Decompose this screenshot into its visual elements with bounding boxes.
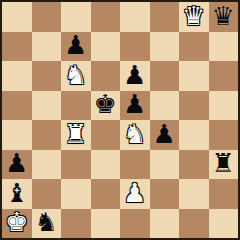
square-c1[interactable] — [61, 209, 91, 239]
square-f7[interactable] — [150, 32, 180, 62]
square-a5[interactable] — [2, 91, 32, 121]
square-e6[interactable]: ♟ — [120, 61, 150, 91]
square-g8[interactable]: ♛ — [179, 2, 209, 32]
square-f6[interactable] — [150, 61, 180, 91]
square-h4[interactable] — [209, 120, 239, 150]
square-b5[interactable] — [32, 91, 62, 121]
white-knight-e4[interactable]: ♞ — [123, 121, 146, 147]
square-e1[interactable] — [120, 209, 150, 239]
white-queen-g8[interactable]: ♛ — [182, 3, 205, 29]
square-a6[interactable] — [2, 61, 32, 91]
square-g4[interactable] — [179, 120, 209, 150]
chess-board: ♛♛♟♞♟♚♟♜♞♟♟♜♝♟♚♞ — [0, 0, 240, 240]
square-f2[interactable] — [150, 179, 180, 209]
square-d7[interactable] — [91, 32, 121, 62]
square-c2[interactable] — [61, 179, 91, 209]
white-king-a1[interactable]: ♚ — [5, 209, 28, 235]
square-d8[interactable] — [91, 2, 121, 32]
square-a2[interactable]: ♝ — [2, 179, 32, 209]
black-bishop-a2[interactable]: ♝ — [5, 180, 28, 206]
square-a7[interactable] — [2, 32, 32, 62]
square-a1[interactable]: ♚ — [2, 209, 32, 239]
square-c7[interactable]: ♟ — [61, 32, 91, 62]
square-g3[interactable] — [179, 150, 209, 180]
square-g1[interactable] — [179, 209, 209, 239]
square-g2[interactable] — [179, 179, 209, 209]
square-d1[interactable] — [91, 209, 121, 239]
square-b7[interactable] — [32, 32, 62, 62]
square-d3[interactable] — [91, 150, 121, 180]
square-b4[interactable] — [32, 120, 62, 150]
black-pawn-a3[interactable]: ♟ — [5, 150, 28, 176]
square-f3[interactable] — [150, 150, 180, 180]
square-e3[interactable] — [120, 150, 150, 180]
square-h2[interactable] — [209, 179, 239, 209]
square-a8[interactable] — [2, 2, 32, 32]
square-d2[interactable] — [91, 179, 121, 209]
square-a4[interactable] — [2, 120, 32, 150]
square-b1[interactable]: ♞ — [32, 209, 62, 239]
square-g7[interactable] — [179, 32, 209, 62]
square-c6[interactable]: ♞ — [61, 61, 91, 91]
white-pawn-e2[interactable]: ♟ — [123, 180, 146, 206]
black-pawn-e5[interactable]: ♟ — [123, 91, 146, 117]
square-b8[interactable] — [32, 2, 62, 32]
black-queen-h8[interactable]: ♛ — [212, 3, 235, 29]
square-g5[interactable] — [179, 91, 209, 121]
square-b3[interactable] — [32, 150, 62, 180]
white-rook-c4[interactable]: ♜ — [64, 121, 87, 147]
square-a3[interactable]: ♟ — [2, 150, 32, 180]
square-b2[interactable] — [32, 179, 62, 209]
square-d5[interactable]: ♚ — [91, 91, 121, 121]
square-e5[interactable]: ♟ — [120, 91, 150, 121]
square-h5[interactable] — [209, 91, 239, 121]
black-pawn-c7[interactable]: ♟ — [64, 32, 87, 58]
white-knight-c6[interactable]: ♞ — [64, 62, 87, 88]
square-e7[interactable] — [120, 32, 150, 62]
square-h6[interactable] — [209, 61, 239, 91]
square-f5[interactable] — [150, 91, 180, 121]
black-king-d5[interactable]: ♚ — [94, 91, 117, 117]
square-c5[interactable] — [61, 91, 91, 121]
square-h8[interactable]: ♛ — [209, 2, 239, 32]
square-e8[interactable] — [120, 2, 150, 32]
square-d4[interactable] — [91, 120, 121, 150]
square-c8[interactable] — [61, 2, 91, 32]
square-d6[interactable] — [91, 61, 121, 91]
black-pawn-f4[interactable]: ♟ — [153, 121, 176, 147]
square-c3[interactable] — [61, 150, 91, 180]
black-pawn-e6[interactable]: ♟ — [123, 62, 146, 88]
square-f1[interactable] — [150, 209, 180, 239]
black-knight-b1[interactable]: ♞ — [35, 209, 58, 235]
square-f8[interactable] — [150, 2, 180, 32]
square-h7[interactable] — [209, 32, 239, 62]
square-e4[interactable]: ♞ — [120, 120, 150, 150]
square-f4[interactable]: ♟ — [150, 120, 180, 150]
square-b6[interactable] — [32, 61, 62, 91]
black-rook-h3[interactable]: ♜ — [212, 150, 235, 176]
square-g6[interactable] — [179, 61, 209, 91]
square-h3[interactable]: ♜ — [209, 150, 239, 180]
square-e2[interactable]: ♟ — [120, 179, 150, 209]
square-c4[interactable]: ♜ — [61, 120, 91, 150]
square-h1[interactable] — [209, 209, 239, 239]
